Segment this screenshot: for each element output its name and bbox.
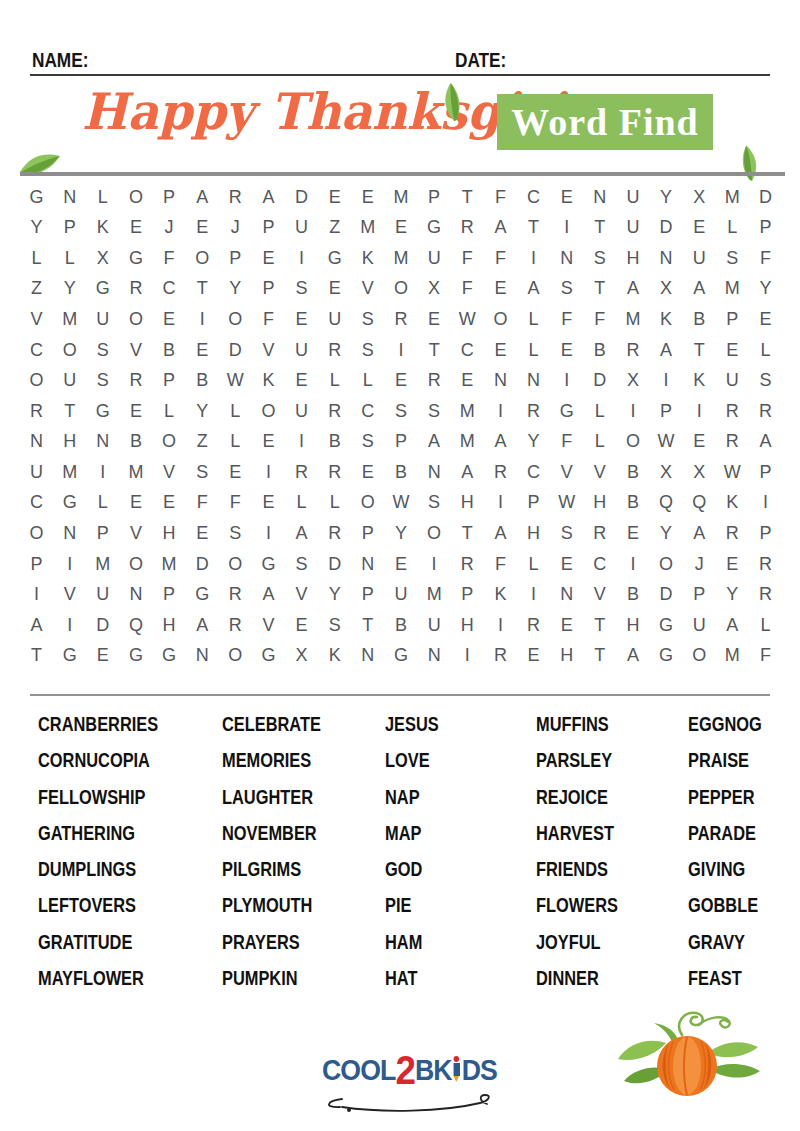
grid-cell: E (451, 365, 484, 396)
word-item: CORNUCOPIA (38, 742, 182, 778)
grid-cell: G (550, 396, 583, 427)
grid-cell: O (119, 304, 152, 335)
grid-divider (30, 694, 770, 696)
grid-cell: I (384, 335, 417, 366)
grid-cell: S (318, 610, 351, 641)
grid-cell: N (20, 427, 53, 458)
grid-cell: E (683, 427, 716, 458)
grid-cell: M (716, 274, 749, 305)
grid-cell: B (119, 427, 152, 458)
grid-cell: X (683, 457, 716, 488)
word-item: GIVING (688, 851, 758, 887)
grid-cell: W (649, 427, 682, 458)
grid-cell: O (219, 549, 252, 580)
grid-cell: E (285, 365, 318, 396)
word-item: FLOWERS (536, 887, 655, 923)
grid-cell: T (451, 518, 484, 549)
grid-cell: H (616, 610, 649, 641)
grid-cell: D (186, 549, 219, 580)
grid-cell: E (616, 518, 649, 549)
grid-cell: K (683, 365, 716, 396)
grid-cell: E (384, 549, 417, 580)
grid-cell: M (451, 396, 484, 427)
grid-cell: I (86, 457, 119, 488)
grid-cell: X (285, 640, 318, 671)
grid-cell: F (219, 488, 252, 519)
pumpkin-illustration (612, 1003, 764, 1105)
word-item: DINNER (536, 960, 655, 996)
grid-cell: T (53, 396, 86, 427)
grid-cell: G (153, 640, 186, 671)
grid-cell: F (484, 549, 517, 580)
word-column: JESUSLOVENAPMAPGODPIEHAMHAT (385, 706, 536, 996)
grid-cell: M (153, 549, 186, 580)
grid-cell: F (451, 274, 484, 305)
grid-cell: S (384, 396, 417, 427)
grid-cell: I (285, 427, 318, 458)
grid-cell: R (616, 335, 649, 366)
grid-cell: A (186, 610, 219, 641)
grid-cell: S (749, 365, 782, 396)
grid-cell: H (616, 243, 649, 274)
grid-cell: M (418, 579, 451, 610)
word-item: LOVE (385, 742, 503, 778)
grid-cell: L (219, 427, 252, 458)
grid-cell: Z (20, 274, 53, 305)
grid-cell: L (53, 243, 86, 274)
grid-cell: H (153, 518, 186, 549)
grid-cell: X (649, 274, 682, 305)
grid-cell: U (683, 610, 716, 641)
grid-cell: P (716, 304, 749, 335)
logo-bk: BK (415, 1054, 452, 1086)
grid-cell: H (53, 427, 86, 458)
grid-cell: L (749, 610, 782, 641)
grid-cell: L (583, 427, 616, 458)
grid-cell: X (86, 243, 119, 274)
grid-cell: E (517, 640, 550, 671)
grid-cell: O (219, 640, 252, 671)
grid-cell: U (53, 365, 86, 396)
grid-cell: P (53, 213, 86, 244)
grid-cell: S (351, 335, 384, 366)
grid-cell: G (252, 640, 285, 671)
grid-cell: Z (318, 213, 351, 244)
word-column: EGGNOGPRAISEPEPPERPARADEGIVINGGOBBLEGRAV… (688, 706, 778, 996)
grid-cell: F (451, 243, 484, 274)
grid-cell: A (252, 182, 285, 213)
grid-cell: R (484, 457, 517, 488)
grid-cell: N (53, 182, 86, 213)
grid-cell: F (550, 304, 583, 335)
grid-cell: L (219, 396, 252, 427)
grid-cell: E (252, 488, 285, 519)
grid-cell: P (219, 243, 252, 274)
grid-cell: A (484, 427, 517, 458)
grid-cell: C (583, 549, 616, 580)
grid-cell: U (285, 396, 318, 427)
grid-cell: I (252, 457, 285, 488)
grid-cell: E (153, 304, 186, 335)
grid-cell: M (384, 182, 417, 213)
grid-cell: I (616, 396, 649, 427)
grid-cell: V (153, 457, 186, 488)
grid-cell: N (351, 549, 384, 580)
grid-cell: N (351, 640, 384, 671)
grid-cell: Y (20, 213, 53, 244)
grid-cell: I (517, 243, 550, 274)
grid-cell: K (484, 579, 517, 610)
grid-cell: O (252, 396, 285, 427)
grid-cell: I (53, 610, 86, 641)
grid-cell: D (649, 213, 682, 244)
grid-cell: L (716, 213, 749, 244)
grid-cell: P (252, 213, 285, 244)
grid-cell: G (53, 488, 86, 519)
grid-cell: R (451, 549, 484, 580)
word-item: NAP (385, 779, 503, 815)
grid-cell: T (583, 213, 616, 244)
grid-cell: I (517, 579, 550, 610)
grid-cell: E (351, 182, 384, 213)
grid-cell: B (583, 335, 616, 366)
word-item: CELEBRATE (222, 706, 349, 742)
grid-cell: B (153, 335, 186, 366)
grid-cell: O (616, 427, 649, 458)
grid-cell: R (749, 396, 782, 427)
grid-cell: P (252, 274, 285, 305)
grid-cell: B (318, 427, 351, 458)
grid-cell: M (384, 243, 417, 274)
grid-cell: E (186, 518, 219, 549)
grid-cell: D (86, 610, 119, 641)
grid-cell: O (649, 549, 682, 580)
grid-cell: F (186, 488, 219, 519)
grid-cell: M (451, 427, 484, 458)
grid-cell: R (749, 549, 782, 580)
grid-cell: I (418, 549, 451, 580)
grid-cell: O (20, 518, 53, 549)
grid-cell: K (649, 304, 682, 335)
grid-cell: P (749, 213, 782, 244)
grid-cell: E (550, 182, 583, 213)
grid-cell: P (351, 518, 384, 549)
grid-cell: I (484, 488, 517, 519)
word-item: FEAST (688, 960, 758, 996)
grid-cell: U (285, 213, 318, 244)
grid-cell: X (683, 182, 716, 213)
grid-cell: P (749, 518, 782, 549)
grid-cell: V (583, 579, 616, 610)
grid-cell: E (683, 213, 716, 244)
grid-cell: B (384, 610, 417, 641)
grid-cell: W (550, 488, 583, 519)
title-band: Happy Thanksgiving Word Find (0, 80, 800, 172)
grid-cell: I (285, 243, 318, 274)
grid-cell: V (53, 579, 86, 610)
grid-cell: T (20, 640, 53, 671)
grid-cell: W (716, 457, 749, 488)
grid-cell: R (20, 396, 53, 427)
grid-cell: K (252, 365, 285, 396)
grid-cell: D (219, 335, 252, 366)
word-item: LAUGHTER (222, 779, 349, 815)
grid-cell: U (285, 335, 318, 366)
grid-cell: E (119, 213, 152, 244)
grid-cell: A (517, 274, 550, 305)
grid-cell: A (683, 274, 716, 305)
grid-cell: P (517, 488, 550, 519)
grid-cell: A (749, 427, 782, 458)
word-item: MAYFLOWER (38, 960, 182, 996)
word-item: JOYFUL (536, 924, 655, 960)
word-item: PARADE (688, 815, 758, 851)
grid-cell: H (583, 488, 616, 519)
logo-text: COOL2BKDS (322, 1048, 488, 1093)
grid-cell: G (53, 640, 86, 671)
grid-cell: A (716, 610, 749, 641)
grid-cell: E (285, 304, 318, 335)
word-item: MEMORIES (222, 742, 349, 778)
grid-cell: S (86, 335, 119, 366)
grid-cell: E (153, 488, 186, 519)
grid-cell: Y (318, 579, 351, 610)
word-list: CRANBERRIESCORNUCOPIAFELLOWSHIPGATHERING… (38, 706, 778, 996)
grid-cell: R (749, 579, 782, 610)
word-item: GOBBLE (688, 887, 758, 923)
grid-cell: F (484, 243, 517, 274)
grid-cell: R (318, 396, 351, 427)
grid-cell: E (119, 488, 152, 519)
grid-cell: R (418, 365, 451, 396)
grid-cell: R (219, 610, 252, 641)
grid-cell: N (186, 640, 219, 671)
grid-cell: D (583, 365, 616, 396)
grid-cell: P (649, 396, 682, 427)
grid-cell: W (384, 488, 417, 519)
word-item: PEPPER (688, 779, 758, 815)
grid-cell: M (716, 182, 749, 213)
grid-cell: E (716, 549, 749, 580)
grid-cell: R (484, 640, 517, 671)
grid-cell: W (451, 304, 484, 335)
grid-cell: P (20, 549, 53, 580)
logo-two: 2 (395, 1048, 415, 1092)
grid-cell: V (351, 274, 384, 305)
grid-cell: E (351, 457, 384, 488)
pencil-icon (453, 1056, 461, 1082)
grid-cell: F (749, 640, 782, 671)
grid-cell: S (285, 274, 318, 305)
grid-cell: Y (749, 274, 782, 305)
grid-cell: R (219, 182, 252, 213)
grid-cell: F (749, 243, 782, 274)
grid-cell: E (749, 304, 782, 335)
grid-cell: N (86, 427, 119, 458)
word-item: PLYMOUTH (222, 887, 349, 923)
grid-cell: L (749, 335, 782, 366)
grid-cell: T (186, 274, 219, 305)
grid-cell: N (550, 579, 583, 610)
leaf-icon (16, 143, 63, 187)
grid-cell: E (86, 640, 119, 671)
date-label: DATE: (455, 48, 506, 72)
grid-cell: I (20, 579, 53, 610)
grid-cell: Y (186, 396, 219, 427)
grid-cell: M (53, 457, 86, 488)
grid-cell: Y (649, 182, 682, 213)
grid-cell: U (716, 365, 749, 396)
grid-cell: N (418, 457, 451, 488)
logo-cool: COOL (322, 1054, 395, 1086)
grid-cell: R (119, 274, 152, 305)
grid-cell: L (285, 488, 318, 519)
word-item: GATHERING (38, 815, 182, 851)
grid-cell: R (583, 518, 616, 549)
grid-cell: E (418, 304, 451, 335)
grid-cell: E (252, 427, 285, 458)
word-item: NOVEMBER (222, 815, 349, 851)
grid-cell: I (451, 640, 484, 671)
letter-grid: GNLOPARADEEMPTFCENUYXMDYPKEJEJPUZMEGRATI… (20, 182, 782, 671)
grid-cell: T (583, 610, 616, 641)
grid-cell: H (451, 610, 484, 641)
grid-cell: J (219, 213, 252, 244)
grid-cell: L (351, 365, 384, 396)
grid-cell: D (749, 182, 782, 213)
grid-cell: D (649, 579, 682, 610)
grid-cell: N (53, 518, 86, 549)
grid-cell: K (716, 488, 749, 519)
grid-cell: X (616, 365, 649, 396)
grid-cell: R (119, 365, 152, 396)
grid-cell: A (616, 274, 649, 305)
grid-cell: G (418, 213, 451, 244)
word-item: GRAVY (688, 924, 758, 960)
grid-cell: C (351, 396, 384, 427)
grid-cell: E (318, 182, 351, 213)
grid-cell: P (86, 518, 119, 549)
grid-cell: R (716, 427, 749, 458)
grid-cell: O (219, 304, 252, 335)
grid-cell: G (384, 640, 417, 671)
word-item: GRATITUDE (38, 924, 182, 960)
grid-cell: O (683, 640, 716, 671)
grid-cell: L (583, 396, 616, 427)
grid-cell: O (20, 365, 53, 396)
grid-cell: P (153, 579, 186, 610)
word-item: PIE (385, 887, 503, 923)
grid-cell: O (119, 182, 152, 213)
page-title: Happy Thanksgiving (82, 82, 476, 141)
grid-cell: G (649, 640, 682, 671)
grid-cell: A (451, 457, 484, 488)
grid-cell: P (418, 182, 451, 213)
grid-cell: S (186, 457, 219, 488)
name-label: NAME: (32, 48, 88, 72)
grid-cell: R (318, 518, 351, 549)
grid-cell: E (119, 396, 152, 427)
grid-cell: A (484, 213, 517, 244)
grid-cell: C (517, 182, 550, 213)
grid-cell: H (153, 610, 186, 641)
grid-cell: S (418, 396, 451, 427)
grid-cell: D (318, 549, 351, 580)
grid-cell: P (749, 457, 782, 488)
grid-cell: Y (716, 579, 749, 610)
grid-cell: T (683, 335, 716, 366)
word-item: JESUS (385, 706, 503, 742)
grid-cell: R (384, 304, 417, 335)
name-date-row: NAME: DATE: (30, 48, 770, 76)
grid-cell: C (20, 488, 53, 519)
grid-cell: L (318, 488, 351, 519)
grid-cell: A (20, 610, 53, 641)
grid-cell: R (318, 457, 351, 488)
grid-cell: N (484, 365, 517, 396)
grid-cell: Y (649, 518, 682, 549)
grid-cell: O (351, 488, 384, 519)
grid-cell: C (20, 335, 53, 366)
site-logo: COOL2BKDS (322, 1048, 502, 1118)
grid-cell: Z (186, 427, 219, 458)
grid-cell: H (451, 488, 484, 519)
grid-cell: L (318, 365, 351, 396)
grid-cell: O (53, 335, 86, 366)
grid-cell: I (616, 549, 649, 580)
grid-cell: E (550, 610, 583, 641)
grid-cell: G (86, 274, 119, 305)
grid-cell: U (86, 304, 119, 335)
word-find-badge: Word Find (497, 94, 713, 150)
grid-cell: E (484, 274, 517, 305)
grid-cell: A (418, 427, 451, 458)
grid-cell: I (550, 365, 583, 396)
grid-cell: T (583, 274, 616, 305)
grid-cell: M (86, 549, 119, 580)
grid-cell: E (318, 274, 351, 305)
word-item: EGGNOG (688, 706, 758, 742)
grid-cell: U (616, 213, 649, 244)
grid-cell: U (86, 579, 119, 610)
grid-cell: F (153, 243, 186, 274)
grid-cell: Q (683, 488, 716, 519)
grid-cell: E (716, 335, 749, 366)
grid-cell: I (649, 365, 682, 396)
grid-cell: E (285, 610, 318, 641)
word-item: DUMPLINGS (38, 851, 182, 887)
word-item: CRANBERRIES (38, 706, 182, 742)
grid-cell: E (550, 335, 583, 366)
grid-cell: O (384, 274, 417, 305)
grid-cell: A (683, 518, 716, 549)
grid-cell: M (351, 213, 384, 244)
grid-cell: K (86, 213, 119, 244)
grid-cell: O (418, 518, 451, 549)
grid-cell: R (716, 518, 749, 549)
grid-cell: X (649, 457, 682, 488)
grid-cell: S (550, 274, 583, 305)
grid-cell: P (351, 579, 384, 610)
grid-cell: R (285, 457, 318, 488)
grid-cell: N (550, 243, 583, 274)
grid-cell: D (285, 182, 318, 213)
grid-cell: T (418, 335, 451, 366)
grid-cell: A (186, 182, 219, 213)
grid-cell: C (153, 274, 186, 305)
word-item: FRIENDS (536, 851, 655, 887)
grid-cell: C (451, 335, 484, 366)
